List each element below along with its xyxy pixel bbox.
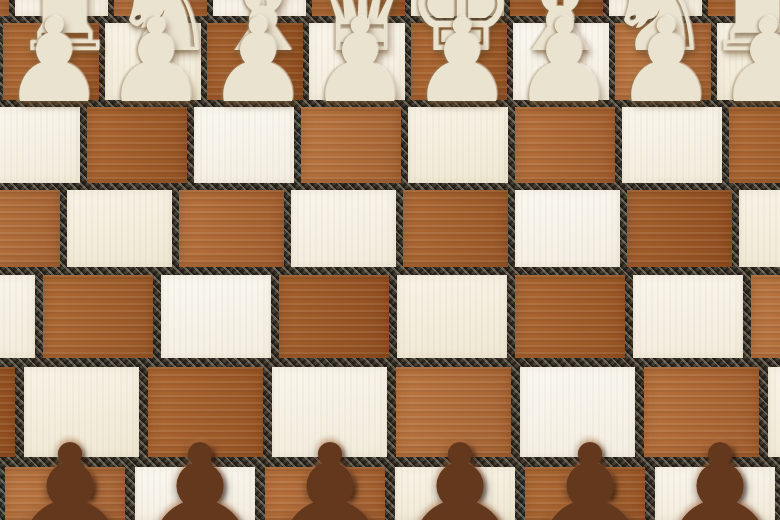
- black-pawn: ♟: [2, 425, 138, 520]
- white-pawn: ♟: [104, 3, 208, 119]
- light-square: [161, 275, 271, 358]
- black-pawn: ♟: [262, 425, 398, 520]
- dark-square: [627, 190, 732, 267]
- white-pawn: ♟: [2, 3, 106, 119]
- white-pawn: ♟: [512, 3, 616, 119]
- light-square: [0, 275, 35, 358]
- rank-4-empty: [0, 190, 780, 267]
- dark-square: [279, 275, 389, 358]
- dark-square: [43, 275, 153, 358]
- light-square: [291, 190, 396, 267]
- dark-square: [403, 190, 508, 267]
- light-square: [633, 275, 743, 358]
- dark-square: [0, 190, 60, 267]
- chess-board-photo: ♜♞♝♛♚♝♞♜♟♟♟♟♟♟♟♟♟♟♟♟♟♟♟♟: [0, 0, 780, 520]
- white-pawn: ♟: [716, 3, 780, 119]
- dark-square: [179, 190, 284, 267]
- light-square: [67, 190, 172, 267]
- white-pawn: ♟: [410, 3, 514, 119]
- black-pawn: ♟: [522, 425, 658, 520]
- white-pawn: ♟: [308, 3, 412, 119]
- rank-5-empty: [0, 275, 780, 358]
- white-pawn: ♟: [614, 3, 718, 119]
- dark-square: [751, 275, 780, 358]
- light-square: [739, 190, 780, 267]
- light-square: [515, 190, 620, 267]
- black-pawn: ♟: [132, 425, 268, 520]
- black-pawn: ♟: [652, 425, 780, 520]
- light-square: [397, 275, 507, 358]
- dark-square: [515, 275, 625, 358]
- black-pawn: ♟: [392, 425, 528, 520]
- white-pawn: ♟: [206, 3, 310, 119]
